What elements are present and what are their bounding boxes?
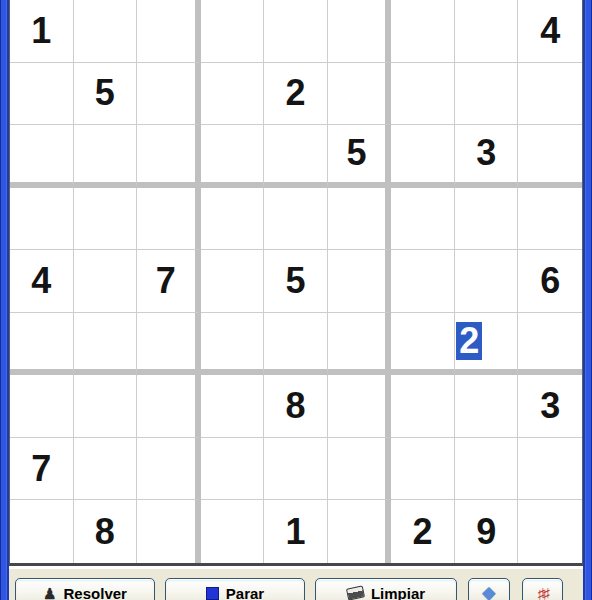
given-digit: 5	[95, 75, 115, 111]
eraser-icon	[346, 585, 365, 600]
cell-r6c1[interactable]	[10, 313, 74, 376]
given-digit: 5	[347, 135, 367, 171]
cell-r7c5[interactable]: 8	[264, 375, 328, 438]
cell-r3c4[interactable]	[201, 125, 265, 188]
cell-r7c6[interactable]	[328, 375, 392, 438]
given-digit: 7	[31, 451, 51, 487]
cell-r4c2[interactable]	[74, 188, 138, 251]
given-digit: 8	[285, 388, 305, 424]
cell-r4c8[interactable]	[455, 188, 519, 251]
cell-r5c8[interactable]	[455, 250, 519, 313]
cell-r8c4[interactable]	[201, 438, 265, 501]
cell-r1c4[interactable]	[201, 0, 265, 63]
blue-square-icon	[206, 587, 219, 600]
resolver-button-label: Resolver	[64, 585, 127, 600]
cell-r2c9[interactable]	[518, 63, 582, 126]
cell-r6c4[interactable]	[201, 313, 265, 376]
sudoku-board[interactable]: 145253475628378129	[9, 0, 583, 566]
limpiar-button[interactable]: Limpiar	[315, 578, 457, 600]
cell-r2c8[interactable]	[455, 63, 519, 126]
cell-r5c5[interactable]: 5	[264, 250, 328, 313]
parar-button-label: Parar	[226, 585, 264, 600]
cell-r3c2[interactable]	[74, 125, 138, 188]
blue-gem-icon: ◈	[483, 585, 495, 600]
cell-r8c1[interactable]: 7	[10, 438, 74, 501]
given-digit: 5	[285, 263, 305, 299]
cell-r9c1[interactable]	[10, 500, 74, 563]
cell-r3c3[interactable]	[137, 125, 201, 188]
cell-r3c7[interactable]	[391, 125, 455, 188]
given-digit: 9	[476, 514, 496, 550]
sudoku-window: 145253475628378129 ♟ResolverPararLimpiar…	[0, 0, 592, 600]
cell-r6c6[interactable]	[328, 313, 392, 376]
cell-r6c2[interactable]	[74, 313, 138, 376]
cell-r8c8[interactable]	[455, 438, 519, 501]
selected-digit[interactable]: 2	[456, 322, 482, 360]
given-digit: 8	[95, 514, 115, 550]
cell-r6c3[interactable]	[137, 313, 201, 376]
cell-r4c9[interactable]	[518, 188, 582, 251]
cell-r9c6[interactable]	[328, 500, 392, 563]
given-digit: 2	[413, 514, 433, 550]
cell-r9c4[interactable]	[201, 500, 265, 563]
cell-r1c8[interactable]	[455, 0, 519, 63]
cell-r5c1[interactable]: 4	[10, 250, 74, 313]
cell-r3c1[interactable]	[10, 125, 74, 188]
given-digit: 1	[285, 514, 305, 550]
cell-r3c8[interactable]: 3	[455, 125, 519, 188]
cell-r2c7[interactable]	[391, 63, 455, 126]
blue-gem-button[interactable]: ◈	[468, 578, 510, 600]
red-figures-icon: ♯♯	[538, 586, 548, 600]
resolver-button[interactable]: ♟Resolver	[15, 578, 155, 600]
parar-button[interactable]: Parar	[165, 578, 305, 600]
given-digit: 7	[156, 263, 176, 299]
given-digit: 1	[31, 13, 51, 49]
given-digit: 3	[540, 388, 560, 424]
window-frame-left	[0, 0, 9, 600]
cell-r4c1[interactable]	[10, 188, 74, 251]
cell-r7c7[interactable]	[391, 375, 455, 438]
cell-r9c7[interactable]: 2	[391, 500, 455, 563]
cell-r1c2[interactable]	[74, 0, 138, 63]
cell-r4c3[interactable]	[137, 188, 201, 251]
cell-r1c7[interactable]	[391, 0, 455, 63]
cell-r6c8[interactable]: 2	[455, 313, 519, 376]
cell-r8c9[interactable]	[518, 438, 582, 501]
cell-r2c5[interactable]: 2	[264, 63, 328, 126]
cell-r8c3[interactable]	[137, 438, 201, 501]
cell-r3c6[interactable]: 5	[328, 125, 392, 188]
cell-r5c6[interactable]	[328, 250, 392, 313]
cell-r8c7[interactable]	[391, 438, 455, 501]
cell-r9c8[interactable]: 9	[455, 500, 519, 563]
cell-r7c1[interactable]	[10, 375, 74, 438]
cell-r7c2[interactable]	[74, 375, 138, 438]
given-digit: 4	[31, 263, 51, 299]
cell-r1c9[interactable]: 4	[518, 0, 582, 63]
cell-r2c4[interactable]	[201, 63, 265, 126]
cell-r4c7[interactable]	[391, 188, 455, 251]
cell-r4c5[interactable]	[264, 188, 328, 251]
cell-r4c6[interactable]	[328, 188, 392, 251]
cell-r1c3[interactable]	[137, 0, 201, 63]
cell-r1c6[interactable]	[328, 0, 392, 63]
given-digit: 2	[285, 75, 305, 111]
cell-r1c1[interactable]: 1	[10, 0, 74, 63]
toolbar-panel: ♟ResolverPararLimpiar◈♯♯	[9, 569, 583, 600]
red-figures-button[interactable]: ♯♯	[522, 578, 563, 600]
cell-r9c2[interactable]: 8	[74, 500, 138, 563]
cell-r7c8[interactable]	[455, 375, 519, 438]
cell-r6c9[interactable]	[518, 313, 582, 376]
pawn-icon: ♟	[43, 586, 56, 600]
cell-r5c3[interactable]: 7	[137, 250, 201, 313]
limpiar-button-label: Limpiar	[371, 585, 425, 600]
window-frame-right	[583, 0, 592, 600]
cell-r9c9[interactable]	[518, 500, 582, 563]
cell-r5c7[interactable]	[391, 250, 455, 313]
cell-r2c1[interactable]	[10, 63, 74, 126]
cell-r7c9[interactable]: 3	[518, 375, 582, 438]
cell-r5c2[interactable]	[74, 250, 138, 313]
cell-r2c3[interactable]	[137, 63, 201, 126]
cell-r8c2[interactable]	[74, 438, 138, 501]
cell-r5c9[interactable]: 6	[518, 250, 582, 313]
given-digit: 6	[540, 263, 560, 299]
given-digit: 4	[540, 13, 560, 49]
cell-r2c6[interactable]	[328, 63, 392, 126]
cell-r5c4[interactable]	[201, 250, 265, 313]
cell-r3c9[interactable]	[518, 125, 582, 188]
cell-r9c5[interactable]: 1	[264, 500, 328, 563]
cell-r1c5[interactable]	[264, 0, 328, 63]
cell-r2c2[interactable]: 5	[74, 63, 138, 126]
cell-r7c3[interactable]	[137, 375, 201, 438]
cell-r6c5[interactable]	[264, 313, 328, 376]
cell-r4c4[interactable]	[201, 188, 265, 251]
given-digit: 3	[476, 135, 496, 171]
cell-r8c5[interactable]	[264, 438, 328, 501]
cell-r8c6[interactable]	[328, 438, 392, 501]
cell-r3c5[interactable]	[264, 125, 328, 188]
cell-r9c3[interactable]	[137, 500, 201, 563]
cell-r6c7[interactable]	[391, 313, 455, 376]
cell-r7c4[interactable]	[201, 375, 265, 438]
